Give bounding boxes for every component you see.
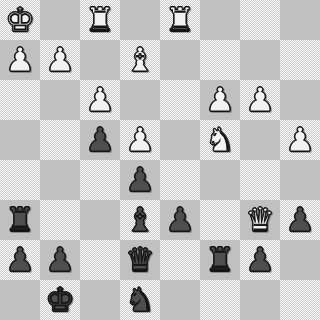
black-knight[interactable]: ♞ [125,280,155,320]
white-pawn[interactable]: ♟ [245,80,275,120]
black-rook[interactable]: ♜ [205,240,235,280]
square-h3[interactable]: ♟ [280,200,320,240]
square-b1[interactable]: ♚ [40,280,80,320]
square-b2[interactable]: ♟ [40,240,80,280]
square-e1[interactable] [160,280,200,320]
white-bishop[interactable]: ♝ [125,40,155,80]
square-f5[interactable]: ♞ [200,120,240,160]
square-f3[interactable] [200,200,240,240]
square-g1[interactable] [240,280,280,320]
square-g7[interactable] [240,40,280,80]
square-g4[interactable] [240,160,280,200]
white-knight[interactable]: ♞ [205,120,235,160]
square-d7[interactable]: ♝ [120,40,160,80]
square-c3[interactable] [80,200,120,240]
square-d5[interactable]: ♟ [120,120,160,160]
square-c2[interactable] [80,240,120,280]
square-e2[interactable] [160,240,200,280]
black-pawn[interactable]: ♟ [45,240,75,280]
square-h2[interactable] [280,240,320,280]
black-king[interactable]: ♚ [45,280,75,320]
square-f6[interactable]: ♟ [200,80,240,120]
square-h8[interactable] [280,0,320,40]
square-e4[interactable] [160,160,200,200]
square-a5[interactable] [0,120,40,160]
white-rook[interactable]: ♜ [165,0,195,40]
square-e3[interactable]: ♟ [160,200,200,240]
square-d2[interactable]: ♛ [120,240,160,280]
square-e6[interactable] [160,80,200,120]
square-c8[interactable]: ♜ [80,0,120,40]
chess-board: ♚♜♜♟♟♝♟♟♟♟♟♞♟♟♜♝♟♛♟♟♟♛♜♟♚♞ [0,0,320,320]
square-a4[interactable] [0,160,40,200]
square-b3[interactable] [40,200,80,240]
white-pawn[interactable]: ♟ [5,40,35,80]
black-rook[interactable]: ♜ [5,200,35,240]
square-g2[interactable]: ♟ [240,240,280,280]
square-b6[interactable] [40,80,80,120]
square-d8[interactable] [120,0,160,40]
square-e7[interactable] [160,40,200,80]
white-pawn[interactable]: ♟ [125,120,155,160]
white-pawn[interactable]: ♟ [85,80,115,120]
square-h7[interactable] [280,40,320,80]
black-bishop[interactable]: ♝ [125,200,155,240]
square-a8[interactable]: ♚ [0,0,40,40]
square-g5[interactable] [240,120,280,160]
square-a7[interactable]: ♟ [0,40,40,80]
square-a6[interactable] [0,80,40,120]
square-c4[interactable] [80,160,120,200]
square-c5[interactable]: ♟ [80,120,120,160]
square-h4[interactable] [280,160,320,200]
square-c7[interactable] [80,40,120,80]
square-f8[interactable] [200,0,240,40]
black-pawn[interactable]: ♟ [85,120,115,160]
square-a3[interactable]: ♜ [0,200,40,240]
square-f1[interactable] [200,280,240,320]
square-d4[interactable]: ♟ [120,160,160,200]
white-pawn[interactable]: ♟ [285,120,315,160]
square-g3[interactable]: ♛ [240,200,280,240]
square-d3[interactable]: ♝ [120,200,160,240]
white-king[interactable]: ♚ [5,0,35,40]
square-h1[interactable] [280,280,320,320]
square-g8[interactable] [240,0,280,40]
square-a2[interactable]: ♟ [0,240,40,280]
black-pawn[interactable]: ♟ [125,160,155,200]
white-queen[interactable]: ♛ [245,200,275,240]
square-e8[interactable]: ♜ [160,0,200,40]
square-h5[interactable]: ♟ [280,120,320,160]
white-rook[interactable]: ♜ [85,0,115,40]
black-pawn[interactable]: ♟ [245,240,275,280]
black-pawn[interactable]: ♟ [5,240,35,280]
black-queen[interactable]: ♛ [125,240,155,280]
square-f7[interactable] [200,40,240,80]
square-f4[interactable] [200,160,240,200]
square-a1[interactable] [0,280,40,320]
square-d6[interactable] [120,80,160,120]
square-h6[interactable] [280,80,320,120]
black-pawn[interactable]: ♟ [285,200,315,240]
square-c1[interactable] [80,280,120,320]
white-pawn[interactable]: ♟ [45,40,75,80]
square-e5[interactable] [160,120,200,160]
square-g6[interactable]: ♟ [240,80,280,120]
square-b7[interactable]: ♟ [40,40,80,80]
white-pawn[interactable]: ♟ [205,80,235,120]
square-b4[interactable] [40,160,80,200]
square-f2[interactable]: ♜ [200,240,240,280]
square-c6[interactable]: ♟ [80,80,120,120]
square-b8[interactable] [40,0,80,40]
black-pawn[interactable]: ♟ [165,200,195,240]
square-b5[interactable] [40,120,80,160]
square-d1[interactable]: ♞ [120,280,160,320]
